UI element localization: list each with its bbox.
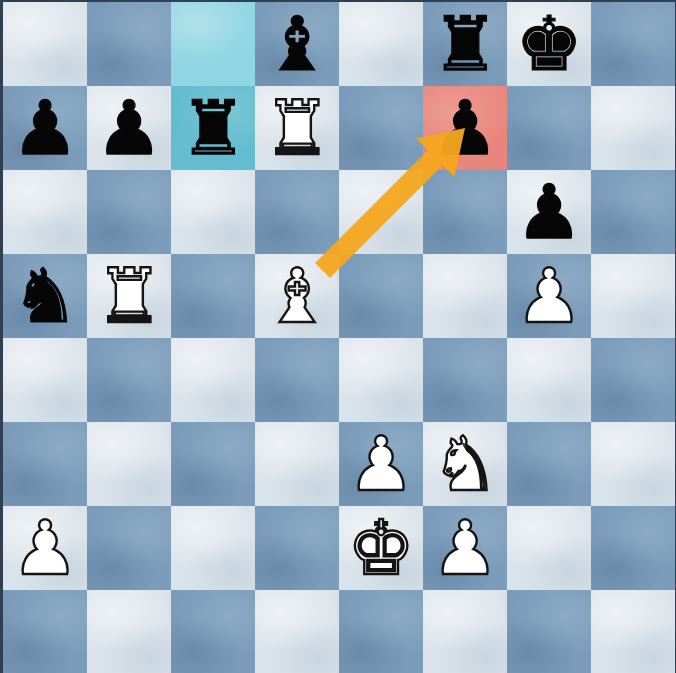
- square-a7[interactable]: ♟: [3, 86, 87, 170]
- white-knight[interactable]: ♞: [423, 422, 507, 506]
- square-h3[interactable]: [591, 422, 675, 506]
- black-pawn[interactable]: ♟: [87, 86, 171, 170]
- black-pawn[interactable]: ♟: [423, 86, 507, 170]
- white-pawn[interactable]: ♟: [423, 506, 507, 590]
- square-h6[interactable]: [591, 170, 675, 254]
- square-e2[interactable]: ♚: [339, 506, 423, 590]
- square-a5[interactable]: ♞: [3, 254, 87, 338]
- square-c1[interactable]: [171, 590, 255, 673]
- square-d8[interactable]: ♝: [255, 2, 339, 86]
- square-c3[interactable]: [171, 422, 255, 506]
- square-a6[interactable]: [3, 170, 87, 254]
- square-e5[interactable]: [339, 254, 423, 338]
- square-f3[interactable]: ♞: [423, 422, 507, 506]
- square-e3[interactable]: ♟: [339, 422, 423, 506]
- square-b2[interactable]: [87, 506, 171, 590]
- square-g5[interactable]: ♟: [507, 254, 591, 338]
- square-f2[interactable]: ♟: [423, 506, 507, 590]
- white-pawn[interactable]: ♟: [3, 506, 87, 590]
- square-c2[interactable]: [171, 506, 255, 590]
- white-rook[interactable]: ♜: [87, 254, 171, 338]
- square-g8[interactable]: ♚: [507, 2, 591, 86]
- square-c6[interactable]: [171, 170, 255, 254]
- square-b5[interactable]: ♜: [87, 254, 171, 338]
- square-a4[interactable]: [3, 338, 87, 422]
- square-f4[interactable]: [423, 338, 507, 422]
- square-g4[interactable]: [507, 338, 591, 422]
- square-f7[interactable]: ♟: [423, 86, 507, 170]
- board-frame: ♝♜♚♟♟♜♜♟♟♞♜♝♟♟♞♟♚♟: [0, 0, 676, 673]
- square-d7[interactable]: ♜: [255, 86, 339, 170]
- square-b4[interactable]: [87, 338, 171, 422]
- square-d5[interactable]: ♝: [255, 254, 339, 338]
- square-h1[interactable]: [591, 590, 675, 673]
- square-f6[interactable]: [423, 170, 507, 254]
- square-a3[interactable]: [3, 422, 87, 506]
- square-c5[interactable]: [171, 254, 255, 338]
- square-h7[interactable]: [591, 86, 675, 170]
- square-e8[interactable]: [339, 2, 423, 86]
- square-d4[interactable]: [255, 338, 339, 422]
- square-f8[interactable]: ♜: [423, 2, 507, 86]
- white-bishop[interactable]: ♝: [255, 254, 339, 338]
- square-a8[interactable]: [3, 2, 87, 86]
- chess-board[interactable]: ♝♜♚♟♟♜♜♟♟♞♜♝♟♟♞♟♚♟: [3, 2, 675, 673]
- square-a1[interactable]: [3, 590, 87, 673]
- black-rook[interactable]: ♜: [423, 2, 507, 86]
- square-b3[interactable]: [87, 422, 171, 506]
- square-e6[interactable]: [339, 170, 423, 254]
- square-d3[interactable]: [255, 422, 339, 506]
- square-g6[interactable]: ♟: [507, 170, 591, 254]
- white-rook[interactable]: ♜: [255, 86, 339, 170]
- square-c4[interactable]: [171, 338, 255, 422]
- chessboard-screenshot: ♝♜♚♟♟♜♜♟♟♞♜♝♟♟♞♟♚♟: [0, 0, 676, 673]
- square-d1[interactable]: [255, 590, 339, 673]
- square-b6[interactable]: [87, 170, 171, 254]
- black-bishop[interactable]: ♝: [255, 2, 339, 86]
- square-g1[interactable]: [507, 590, 591, 673]
- white-king[interactable]: ♚: [339, 506, 423, 590]
- white-pawn[interactable]: ♟: [339, 422, 423, 506]
- square-g3[interactable]: [507, 422, 591, 506]
- white-pawn[interactable]: ♟: [507, 254, 591, 338]
- black-king[interactable]: ♚: [507, 2, 591, 86]
- square-c7[interactable]: ♜: [171, 86, 255, 170]
- square-h5[interactable]: [591, 254, 675, 338]
- square-b1[interactable]: [87, 590, 171, 673]
- black-knight[interactable]: ♞: [3, 254, 87, 338]
- square-e1[interactable]: [339, 590, 423, 673]
- square-g7[interactable]: [507, 86, 591, 170]
- square-d6[interactable]: [255, 170, 339, 254]
- square-h4[interactable]: [591, 338, 675, 422]
- black-rook[interactable]: ♜: [171, 86, 255, 170]
- black-pawn[interactable]: ♟: [507, 170, 591, 254]
- square-f5[interactable]: [423, 254, 507, 338]
- black-pawn[interactable]: ♟: [3, 86, 87, 170]
- square-b8[interactable]: [87, 2, 171, 86]
- square-c8[interactable]: [171, 2, 255, 86]
- square-e4[interactable]: [339, 338, 423, 422]
- square-h8[interactable]: [591, 2, 675, 86]
- square-a2[interactable]: ♟: [3, 506, 87, 590]
- square-e7[interactable]: [339, 86, 423, 170]
- square-g2[interactable]: [507, 506, 591, 590]
- square-h2[interactable]: [591, 506, 675, 590]
- square-d2[interactable]: [255, 506, 339, 590]
- square-f1[interactable]: [423, 590, 507, 673]
- square-b7[interactable]: ♟: [87, 86, 171, 170]
